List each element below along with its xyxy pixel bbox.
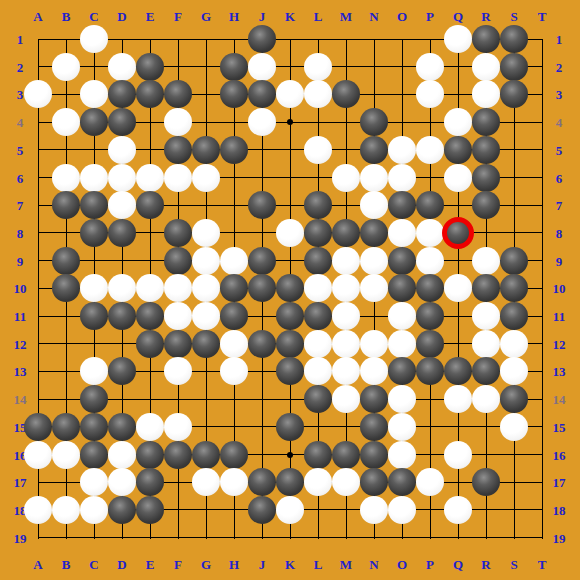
black-stone-K17 <box>276 468 304 496</box>
col-label-bottom: K <box>285 558 295 571</box>
black-stone-N14 <box>360 385 388 413</box>
white-stone-R12 <box>472 330 500 358</box>
black-stone-O10 <box>388 274 416 302</box>
white-stone-J4 <box>248 108 276 136</box>
white-stone-K3 <box>276 80 304 108</box>
black-stone-H16 <box>220 441 248 469</box>
black-stone-Q13 <box>444 357 472 385</box>
black-stone-O9 <box>388 247 416 275</box>
row-label-left: 12 <box>14 337 27 350</box>
black-stone-J18 <box>248 496 276 524</box>
black-stone-H2 <box>220 53 248 81</box>
black-stone-F3 <box>164 80 192 108</box>
white-stone-Q1 <box>444 25 472 53</box>
black-stone-D4 <box>108 108 136 136</box>
white-stone-A16 <box>24 441 52 469</box>
black-stone-C7 <box>80 191 108 219</box>
white-stone-P8 <box>416 219 444 247</box>
white-stone-O8 <box>388 219 416 247</box>
white-stone-L17 <box>304 468 332 496</box>
black-stone-P13 <box>416 357 444 385</box>
white-stone-M13 <box>332 357 360 385</box>
black-stone-R4 <box>472 108 500 136</box>
col-label-bottom: G <box>201 558 211 571</box>
white-stone-B4 <box>52 108 80 136</box>
black-stone-J9 <box>248 247 276 275</box>
black-stone-J7 <box>248 191 276 219</box>
row-label-left: 17 <box>14 476 27 489</box>
black-stone-L8 <box>304 219 332 247</box>
white-stone-N13 <box>360 357 388 385</box>
black-stone-C4 <box>80 108 108 136</box>
white-stone-Q6 <box>444 164 472 192</box>
col-label-bottom: N <box>369 558 378 571</box>
white-stone-N9 <box>360 247 388 275</box>
black-stone-P12 <box>416 330 444 358</box>
row-label-right: 12 <box>553 337 566 350</box>
col-label-bottom: M <box>340 558 352 571</box>
white-stone-L12 <box>304 330 332 358</box>
black-stone-P11 <box>416 302 444 330</box>
black-stone-H3 <box>220 80 248 108</box>
white-stone-F6 <box>164 164 192 192</box>
white-stone-N18 <box>360 496 388 524</box>
col-label-top: M <box>340 10 352 23</box>
row-label-right: 5 <box>556 143 563 156</box>
row-label-right: 4 <box>556 116 563 129</box>
black-stone-P7 <box>416 191 444 219</box>
col-label-bottom: T <box>538 558 547 571</box>
white-stone-N10 <box>360 274 388 302</box>
black-stone-R10 <box>472 274 500 302</box>
col-label-top: P <box>426 10 434 23</box>
black-stone-C16 <box>80 441 108 469</box>
white-stone-M9 <box>332 247 360 275</box>
row-label-left: 6 <box>17 171 24 184</box>
white-stone-L10 <box>304 274 332 302</box>
star-point <box>287 119 293 125</box>
row-label-right: 10 <box>553 282 566 295</box>
white-stone-H9 <box>220 247 248 275</box>
row-label-right: 3 <box>556 88 563 101</box>
col-label-top: R <box>481 10 490 23</box>
white-stone-J2 <box>248 53 276 81</box>
black-stone-K12 <box>276 330 304 358</box>
white-stone-P3 <box>416 80 444 108</box>
white-stone-O6 <box>388 164 416 192</box>
black-stone-J3 <box>248 80 276 108</box>
white-stone-D16 <box>108 441 136 469</box>
black-stone-G16 <box>192 441 220 469</box>
black-stone-D8 <box>108 219 136 247</box>
row-label-right: 2 <box>556 60 563 73</box>
row-label-left: 2 <box>17 60 24 73</box>
col-label-bottom: R <box>481 558 490 571</box>
white-stone-O11 <box>388 302 416 330</box>
white-stone-P17 <box>416 468 444 496</box>
white-stone-N12 <box>360 330 388 358</box>
white-stone-G11 <box>192 302 220 330</box>
white-stone-S15 <box>500 413 528 441</box>
white-stone-H12 <box>220 330 248 358</box>
black-stone-L11 <box>304 302 332 330</box>
col-label-top: J <box>259 10 266 23</box>
white-stone-G9 <box>192 247 220 275</box>
black-stone-N16 <box>360 441 388 469</box>
black-stone-D11 <box>108 302 136 330</box>
white-stone-D2 <box>108 53 136 81</box>
row-label-left: 7 <box>17 199 24 212</box>
row-label-right: 13 <box>553 365 566 378</box>
white-stone-P9 <box>416 247 444 275</box>
white-stone-K18 <box>276 496 304 524</box>
row-label-right: 6 <box>556 171 563 184</box>
black-stone-S9 <box>500 247 528 275</box>
row-label-left: 5 <box>17 143 24 156</box>
black-stone-S2 <box>500 53 528 81</box>
white-stone-F4 <box>164 108 192 136</box>
white-stone-L2 <box>304 53 332 81</box>
black-stone-F12 <box>164 330 192 358</box>
white-stone-E10 <box>136 274 164 302</box>
col-label-bottom: H <box>229 558 239 571</box>
white-stone-S12 <box>500 330 528 358</box>
white-stone-B18 <box>52 496 80 524</box>
col-label-top: G <box>201 10 211 23</box>
col-label-bottom: F <box>174 558 182 571</box>
row-label-right: 1 <box>556 33 563 46</box>
white-stone-K8 <box>276 219 304 247</box>
grid-line-vertical <box>542 39 543 539</box>
col-label-top: A <box>33 10 42 23</box>
white-stone-S13 <box>500 357 528 385</box>
col-label-top: C <box>89 10 98 23</box>
black-stone-F16 <box>164 441 192 469</box>
goban[interactable]: AABBCCDDEEFFGGHHJJKKLLMMNNOOPPQQRRSSTT11… <box>0 0 580 580</box>
white-stone-M11 <box>332 302 360 330</box>
col-label-top: S <box>510 10 517 23</box>
white-stone-R3 <box>472 80 500 108</box>
white-stone-Q16 <box>444 441 472 469</box>
white-stone-O16 <box>388 441 416 469</box>
black-stone-J1 <box>248 25 276 53</box>
black-stone-R13 <box>472 357 500 385</box>
row-label-right: 19 <box>553 531 566 544</box>
black-stone-D3 <box>108 80 136 108</box>
white-stone-Q14 <box>444 385 472 413</box>
white-stone-F11 <box>164 302 192 330</box>
black-stone-P10 <box>416 274 444 302</box>
white-stone-O12 <box>388 330 416 358</box>
row-label-right: 7 <box>556 199 563 212</box>
black-stone-E7 <box>136 191 164 219</box>
row-label-left: 3 <box>17 88 24 101</box>
black-stone-K11 <box>276 302 304 330</box>
black-stone-S11 <box>500 302 528 330</box>
col-label-top: D <box>117 10 126 23</box>
col-label-bottom: D <box>117 558 126 571</box>
white-stone-H13 <box>220 357 248 385</box>
black-stone-O13 <box>388 357 416 385</box>
grid-line-horizontal <box>38 537 543 538</box>
col-label-bottom: S <box>510 558 517 571</box>
white-stone-D7 <box>108 191 136 219</box>
white-stone-A18 <box>24 496 52 524</box>
black-stone-F5 <box>164 136 192 164</box>
black-stone-N5 <box>360 136 388 164</box>
row-label-right: 15 <box>553 420 566 433</box>
white-stone-R2 <box>472 53 500 81</box>
white-stone-F10 <box>164 274 192 302</box>
white-stone-D10 <box>108 274 136 302</box>
white-stone-A3 <box>24 80 52 108</box>
col-label-bottom: J <box>259 558 266 571</box>
white-stone-E6 <box>136 164 164 192</box>
row-label-left: 13 <box>14 365 27 378</box>
white-stone-M12 <box>332 330 360 358</box>
white-stone-O14 <box>388 385 416 413</box>
black-stone-R6 <box>472 164 500 192</box>
black-stone-D15 <box>108 413 136 441</box>
black-stone-R17 <box>472 468 500 496</box>
black-stone-H10 <box>220 274 248 302</box>
black-stone-L9 <box>304 247 332 275</box>
row-label-right: 11 <box>553 310 565 323</box>
black-stone-L7 <box>304 191 332 219</box>
white-stone-B16 <box>52 441 80 469</box>
row-label-left: 8 <box>17 226 24 239</box>
black-stone-R7 <box>472 191 500 219</box>
white-stone-F13 <box>164 357 192 385</box>
white-stone-G17 <box>192 468 220 496</box>
white-stone-P5 <box>416 136 444 164</box>
white-stone-O18 <box>388 496 416 524</box>
black-stone-E18 <box>136 496 164 524</box>
white-stone-C13 <box>80 357 108 385</box>
col-label-bottom: Q <box>453 558 463 571</box>
white-stone-N6 <box>360 164 388 192</box>
white-stone-M14 <box>332 385 360 413</box>
black-stone-G5 <box>192 136 220 164</box>
white-stone-C18 <box>80 496 108 524</box>
row-label-right: 14 <box>553 393 566 406</box>
white-stone-P2 <box>416 53 444 81</box>
row-label-left: 14 <box>14 393 27 406</box>
grid-line-horizontal <box>38 260 543 261</box>
black-stone-B9 <box>52 247 80 275</box>
black-stone-Q5 <box>444 136 472 164</box>
black-stone-C15 <box>80 413 108 441</box>
col-label-top: K <box>285 10 295 23</box>
row-label-right: 8 <box>556 226 563 239</box>
white-stone-F15 <box>164 413 192 441</box>
black-stone-E3 <box>136 80 164 108</box>
black-stone-N8 <box>360 219 388 247</box>
black-stone-E16 <box>136 441 164 469</box>
black-stone-L14 <box>304 385 332 413</box>
white-stone-O15 <box>388 413 416 441</box>
row-label-left: 9 <box>17 254 24 267</box>
black-stone-S10 <box>500 274 528 302</box>
black-stone-F9 <box>164 247 192 275</box>
white-stone-N7 <box>360 191 388 219</box>
black-stone-B10 <box>52 274 80 302</box>
black-stone-S14 <box>500 385 528 413</box>
col-label-top: B <box>62 10 71 23</box>
col-label-top: L <box>314 10 323 23</box>
white-stone-C6 <box>80 164 108 192</box>
white-stone-R11 <box>472 302 500 330</box>
white-stone-D17 <box>108 468 136 496</box>
row-label-left: 4 <box>17 116 24 129</box>
black-stone-H5 <box>220 136 248 164</box>
col-label-bottom: C <box>89 558 98 571</box>
black-stone-K10 <box>276 274 304 302</box>
black-stone-L16 <box>304 441 332 469</box>
black-stone-D13 <box>108 357 136 385</box>
white-stone-Q10 <box>444 274 472 302</box>
white-stone-O5 <box>388 136 416 164</box>
col-label-bottom: B <box>62 558 71 571</box>
white-stone-L5 <box>304 136 332 164</box>
black-stone-K13 <box>276 357 304 385</box>
white-stone-M10 <box>332 274 360 302</box>
row-label-left: 19 <box>14 531 27 544</box>
black-stone-Q8-last-move <box>444 219 472 247</box>
black-stone-F8 <box>164 219 192 247</box>
white-stone-Q4 <box>444 108 472 136</box>
black-stone-E11 <box>136 302 164 330</box>
col-label-top: O <box>397 10 407 23</box>
black-stone-E17 <box>136 468 164 496</box>
row-label-right: 16 <box>553 448 566 461</box>
white-stone-C10 <box>80 274 108 302</box>
col-label-bottom: E <box>146 558 155 571</box>
white-stone-M17 <box>332 468 360 496</box>
white-stone-L3 <box>304 80 332 108</box>
black-stone-E12 <box>136 330 164 358</box>
white-stone-D5 <box>108 136 136 164</box>
white-stone-G10 <box>192 274 220 302</box>
black-stone-N4 <box>360 108 388 136</box>
row-label-left: 1 <box>17 33 24 46</box>
black-stone-E2 <box>136 53 164 81</box>
row-label-right: 9 <box>556 254 563 267</box>
white-stone-M6 <box>332 164 360 192</box>
black-stone-O7 <box>388 191 416 219</box>
col-label-top: E <box>146 10 155 23</box>
black-stone-J17 <box>248 468 276 496</box>
black-stone-S3 <box>500 80 528 108</box>
black-stone-C11 <box>80 302 108 330</box>
white-stone-C3 <box>80 80 108 108</box>
white-stone-B2 <box>52 53 80 81</box>
white-stone-Q18 <box>444 496 472 524</box>
col-label-bottom: L <box>314 558 323 571</box>
black-stone-S1 <box>500 25 528 53</box>
black-stone-N17 <box>360 468 388 496</box>
col-label-top: F <box>174 10 182 23</box>
black-stone-J10 <box>248 274 276 302</box>
star-point <box>287 452 293 458</box>
black-stone-A15 <box>24 413 52 441</box>
black-stone-K15 <box>276 413 304 441</box>
white-stone-B6 <box>52 164 80 192</box>
row-label-left: 10 <box>14 282 27 295</box>
white-stone-E15 <box>136 413 164 441</box>
col-label-top: N <box>369 10 378 23</box>
col-label-bottom: A <box>33 558 42 571</box>
black-stone-O17 <box>388 468 416 496</box>
black-stone-G12 <box>192 330 220 358</box>
white-stone-L13 <box>304 357 332 385</box>
black-stone-J12 <box>248 330 276 358</box>
white-stone-C17 <box>80 468 108 496</box>
col-label-bottom: O <box>397 558 407 571</box>
white-stone-R14 <box>472 385 500 413</box>
black-stone-R1 <box>472 25 500 53</box>
row-label-right: 17 <box>553 476 566 489</box>
black-stone-C8 <box>80 219 108 247</box>
col-label-top: T <box>538 10 547 23</box>
black-stone-M3 <box>332 80 360 108</box>
row-label-right: 18 <box>553 503 566 516</box>
black-stone-B7 <box>52 191 80 219</box>
white-stone-G8 <box>192 219 220 247</box>
white-stone-H17 <box>220 468 248 496</box>
col-label-top: H <box>229 10 239 23</box>
row-label-left: 11 <box>14 310 26 323</box>
col-label-bottom: P <box>426 558 434 571</box>
black-stone-H11 <box>220 302 248 330</box>
black-stone-C14 <box>80 385 108 413</box>
black-stone-D18 <box>108 496 136 524</box>
col-label-top: Q <box>453 10 463 23</box>
black-stone-R5 <box>472 136 500 164</box>
white-stone-R9 <box>472 247 500 275</box>
white-stone-G6 <box>192 164 220 192</box>
black-stone-M16 <box>332 441 360 469</box>
white-stone-C1 <box>80 25 108 53</box>
white-stone-D6 <box>108 164 136 192</box>
black-stone-N15 <box>360 413 388 441</box>
black-stone-M8 <box>332 219 360 247</box>
black-stone-B15 <box>52 413 80 441</box>
